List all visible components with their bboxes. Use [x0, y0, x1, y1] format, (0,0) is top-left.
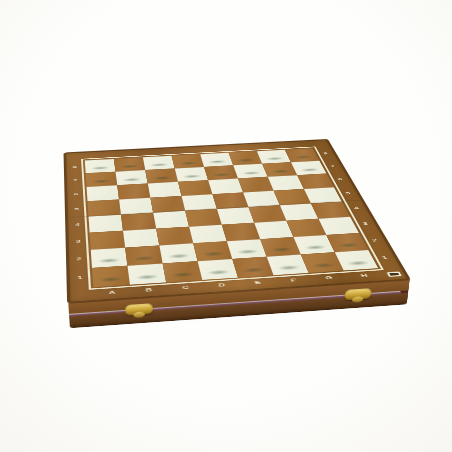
rank-label-left-4: 4 — [75, 223, 80, 227]
rank-label-right-7: 7 — [330, 164, 336, 167]
maker-badge-icon — [386, 271, 402, 277]
file-label-f: F — [290, 278, 298, 283]
brass-clasp-icon — [344, 288, 371, 300]
rank-label-right-6: 6 — [337, 178, 344, 182]
black-pawn-icon: ♟ — [177, 144, 207, 178]
black-pawn-icon: ♟ — [295, 138, 325, 171]
rank-label-right-5: 5 — [345, 191, 352, 195]
rank-label-left-2: 2 — [76, 257, 82, 262]
black-pawn-icon: ♟ — [147, 145, 178, 179]
file-label-c: C — [182, 285, 190, 290]
white-rook-icon: ♜ — [87, 227, 136, 281]
chess-set-photo: ABCDEFGH8877665544332211♜♞♝♛♚♝♞♜♟♟♟♟♟♟♟♟… — [0, 0, 452, 452]
square-d6[interactable] — [178, 180, 212, 196]
scene: ABCDEFGH8877665544332211♜♞♝♛♚♝♞♜♟♟♟♟♟♟♟♟… — [0, 0, 452, 452]
rank-label-left-1: 1 — [77, 275, 83, 280]
file-label-b: B — [145, 287, 153, 293]
file-label-h: H — [360, 273, 369, 278]
file-label-g: G — [324, 275, 334, 280]
chess-board: ABCDEFGH8877665544332211♜♞♝♛♚♝♞♜♟♟♟♟♟♟♟♟… — [64, 139, 412, 304]
board-front-side — [68, 280, 409, 328]
rank-label-left-6: 6 — [74, 192, 79, 196]
rank-label-left-7: 7 — [73, 178, 78, 182]
file-label-d: D — [218, 282, 226, 287]
black-pawn-icon: ♟ — [266, 139, 296, 173]
black-pawn-icon: ♟ — [237, 141, 267, 175]
rank-label-left-8: 8 — [73, 165, 78, 168]
rank-label-left-5: 5 — [74, 207, 79, 211]
black-pawn-icon: ♟ — [86, 149, 117, 183]
black-pawn-icon: ♟ — [207, 142, 237, 176]
file-label-a: A — [108, 290, 116, 296]
rank-label-left-3: 3 — [76, 239, 81, 244]
file-label-e: E — [254, 280, 262, 285]
brass-clasp-icon — [125, 303, 153, 316]
black-pawn-icon: ♟ — [117, 147, 148, 181]
